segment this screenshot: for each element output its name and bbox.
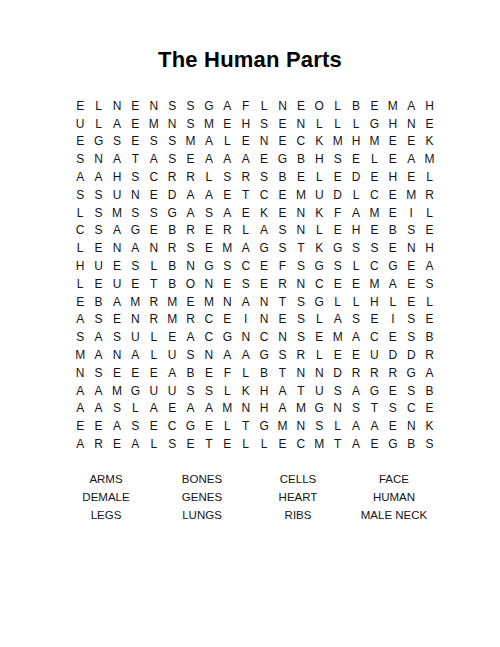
grid-cell[interactable]: A [237, 239, 255, 257]
grid-cell[interactable]: S [273, 222, 291, 240]
grid-cell[interactable]: T [200, 435, 218, 453]
grid-cell[interactable]: H [420, 239, 438, 257]
grid-cell[interactable]: A [108, 417, 126, 435]
grid-cell[interactable]: K [255, 204, 273, 222]
grid-cell[interactable]: D [347, 168, 365, 186]
grid-cell[interactable]: T [126, 150, 144, 168]
grid-cell[interactable]: H [255, 382, 273, 400]
grid-cell[interactable]: S [255, 168, 273, 186]
grid-cell[interactable]: E [71, 97, 89, 115]
grid-cell[interactable]: L [328, 417, 346, 435]
grid-cell[interactable]: M [292, 400, 310, 418]
grid-cell[interactable]: S [89, 311, 107, 329]
grid-cell[interactable]: U [126, 328, 144, 346]
grid-cell[interactable]: E [89, 239, 107, 257]
grid-cell[interactable]: A [237, 293, 255, 311]
grid-cell[interactable]: E [310, 328, 328, 346]
grid-cell[interactable]: H [384, 168, 402, 186]
grid-cell[interactable]: E [255, 150, 273, 168]
grid-cell[interactable]: T [365, 400, 383, 418]
grid-cell[interactable]: M [365, 204, 383, 222]
grid-cell[interactable]: M [181, 133, 199, 151]
grid-cell[interactable]: S [145, 204, 163, 222]
grid-cell[interactable]: B [420, 382, 438, 400]
grid-cell[interactable]: E [273, 311, 291, 329]
grid-cell[interactable]: M [108, 204, 126, 222]
grid-cell[interactable]: E [273, 204, 291, 222]
grid-cell[interactable]: S [292, 311, 310, 329]
grid-cell[interactable]: M [365, 275, 383, 293]
grid-cell[interactable]: O [310, 97, 328, 115]
grid-cell[interactable]: D [384, 346, 402, 364]
grid-cell[interactable]: T [292, 382, 310, 400]
grid-cell[interactable]: H [347, 222, 365, 240]
grid-cell[interactable]: N [108, 239, 126, 257]
grid-cell[interactable]: A [108, 115, 126, 133]
grid-cell[interactable]: E [145, 417, 163, 435]
grid-cell[interactable]: S [328, 257, 346, 275]
grid-cell[interactable]: L [71, 239, 89, 257]
grid-cell[interactable]: A [347, 435, 365, 453]
grid-cell[interactable]: U [89, 257, 107, 275]
grid-cell[interactable]: E [420, 222, 438, 240]
grid-cell[interactable]: N [292, 364, 310, 382]
grid-cell[interactable]: S [181, 115, 199, 133]
grid-cell[interactable]: A [181, 204, 199, 222]
grid-cell[interactable]: C [200, 328, 218, 346]
grid-cell[interactable]: E [420, 311, 438, 329]
grid-cell[interactable]: T [273, 364, 291, 382]
grid-cell[interactable]: A [181, 186, 199, 204]
grid-cell[interactable]: A [255, 222, 273, 240]
grid-cell[interactable]: B [347, 97, 365, 115]
grid-cell[interactable]: K [237, 382, 255, 400]
grid-cell[interactable]: G [402, 364, 420, 382]
grid-cell[interactable]: E [108, 257, 126, 275]
grid-cell[interactable]: E [218, 186, 236, 204]
grid-cell[interactable]: R [89, 435, 107, 453]
grid-cell[interactable]: S [402, 382, 420, 400]
grid-cell[interactable]: S [292, 293, 310, 311]
grid-cell[interactable]: M [402, 186, 420, 204]
grid-cell[interactable]: E [365, 311, 383, 329]
grid-cell[interactable]: F [237, 97, 255, 115]
grid-cell[interactable]: N [108, 97, 126, 115]
grid-cell[interactable]: M [218, 400, 236, 418]
grid-cell[interactable]: A [273, 400, 291, 418]
grid-cell[interactable]: S [420, 275, 438, 293]
grid-cell[interactable]: T [237, 186, 255, 204]
grid-cell[interactable]: E [292, 168, 310, 186]
grid-cell[interactable]: L [420, 204, 438, 222]
grid-cell[interactable]: A [89, 328, 107, 346]
grid-cell[interactable]: E [108, 311, 126, 329]
grid-cell[interactable]: L [328, 293, 346, 311]
grid-cell[interactable]: A [218, 97, 236, 115]
grid-cell[interactable]: G [310, 293, 328, 311]
grid-cell[interactable]: M [292, 186, 310, 204]
grid-cell[interactable]: E [126, 97, 144, 115]
grid-cell[interactable]: E [328, 222, 346, 240]
grid-cell[interactable]: T [273, 293, 291, 311]
grid-cell[interactable]: R [292, 346, 310, 364]
grid-cell[interactable]: S [384, 400, 402, 418]
grid-cell[interactable]: E [200, 417, 218, 435]
grid-cell[interactable]: A [126, 239, 144, 257]
grid-cell[interactable]: L [218, 133, 236, 151]
grid-cell[interactable]: U [71, 115, 89, 133]
grid-cell[interactable]: N [292, 204, 310, 222]
grid-cell[interactable]: L [145, 346, 163, 364]
grid-cell[interactable]: M [310, 435, 328, 453]
grid-cell[interactable]: L [347, 115, 365, 133]
grid-cell[interactable]: G [384, 257, 402, 275]
grid-cell[interactable]: N [402, 115, 420, 133]
grid-cell[interactable]: R [384, 364, 402, 382]
grid-cell[interactable]: T [237, 417, 255, 435]
grid-cell[interactable]: K [420, 417, 438, 435]
grid-cell[interactable]: E [273, 186, 291, 204]
grid-cell[interactable]: U [145, 382, 163, 400]
grid-cell[interactable]: C [255, 186, 273, 204]
grid-cell[interactable]: S [181, 346, 199, 364]
grid-cell[interactable]: E [218, 115, 236, 133]
grid-cell[interactable]: R [181, 168, 199, 186]
grid-cell[interactable]: S [181, 239, 199, 257]
grid-cell[interactable]: A [384, 275, 402, 293]
grid-cell[interactable]: A [89, 168, 107, 186]
grid-cell[interactable]: S [273, 239, 291, 257]
grid-cell[interactable]: A [347, 204, 365, 222]
grid-cell[interactable]: H [255, 400, 273, 418]
grid-cell[interactable]: E [347, 346, 365, 364]
grid-cell[interactable]: K [310, 133, 328, 151]
grid-cell[interactable]: L [89, 97, 107, 115]
grid-cell[interactable]: E [145, 222, 163, 240]
grid-cell[interactable]: N [292, 222, 310, 240]
grid-cell[interactable]: L [328, 97, 346, 115]
grid-cell[interactable]: C [145, 168, 163, 186]
grid-cell[interactable]: H [71, 257, 89, 275]
grid-cell[interactable]: G [273, 150, 291, 168]
grid-cell[interactable]: R [420, 346, 438, 364]
grid-cell[interactable]: A [71, 400, 89, 418]
grid-cell[interactable]: N [237, 400, 255, 418]
grid-cell[interactable]: D [402, 346, 420, 364]
grid-cell[interactable]: E [347, 275, 365, 293]
grid-cell[interactable]: G [328, 239, 346, 257]
grid-cell[interactable]: L [347, 293, 365, 311]
grid-cell[interactable]: G [310, 257, 328, 275]
grid-cell[interactable]: E [218, 275, 236, 293]
grid-cell[interactable]: U [108, 275, 126, 293]
grid-cell[interactable]: L [347, 257, 365, 275]
grid-cell[interactable]: S [365, 239, 383, 257]
grid-cell[interactable]: S [108, 328, 126, 346]
grid-cell[interactable]: M [273, 417, 291, 435]
grid-cell[interactable]: A [365, 417, 383, 435]
grid-cell[interactable]: S [310, 417, 328, 435]
grid-cell[interactable]: R [145, 311, 163, 329]
grid-cell[interactable]: N [181, 257, 199, 275]
grid-cell[interactable]: A [347, 417, 365, 435]
grid-cell[interactable]: A [347, 328, 365, 346]
grid-cell[interactable]: D [328, 186, 346, 204]
grid-cell[interactable]: G [384, 435, 402, 453]
grid-cell[interactable]: E [71, 417, 89, 435]
grid-cell[interactable]: B [255, 364, 273, 382]
grid-cell[interactable]: R [365, 364, 383, 382]
grid-cell[interactable]: S [328, 382, 346, 400]
grid-cell[interactable]: L [237, 364, 255, 382]
grid-cell[interactable]: E [255, 275, 273, 293]
grid-cell[interactable]: G [310, 400, 328, 418]
grid-cell[interactable]: A [218, 204, 236, 222]
grid-cell[interactable]: E [328, 168, 346, 186]
grid-cell[interactable]: C [237, 257, 255, 275]
grid-cell[interactable]: S [163, 150, 181, 168]
grid-cell[interactable]: L [255, 435, 273, 453]
grid-cell[interactable]: A [126, 346, 144, 364]
grid-cell[interactable]: N [255, 293, 273, 311]
grid-cell[interactable]: B [163, 257, 181, 275]
grid-cell[interactable]: A [273, 382, 291, 400]
grid-cell[interactable]: I [384, 311, 402, 329]
grid-cell[interactable]: N [108, 346, 126, 364]
grid-cell[interactable]: E [384, 204, 402, 222]
grid-cell[interactable]: B [292, 150, 310, 168]
grid-cell[interactable]: F [218, 364, 236, 382]
grid-cell[interactable]: S [126, 168, 144, 186]
grid-cell[interactable]: E [181, 293, 199, 311]
grid-cell[interactable]: M [200, 293, 218, 311]
grid-cell[interactable]: E [255, 257, 273, 275]
grid-cell[interactable]: E [347, 150, 365, 168]
grid-cell[interactable]: S [126, 204, 144, 222]
grid-cell[interactable]: N [310, 364, 328, 382]
grid-cell[interactable]: L [420, 293, 438, 311]
grid-cell[interactable]: E [126, 115, 144, 133]
grid-cell[interactable]: U [163, 382, 181, 400]
grid-cell[interactable]: C [365, 328, 383, 346]
grid-cell[interactable]: G [126, 382, 144, 400]
grid-cell[interactable]: E [402, 133, 420, 151]
grid-cell[interactable]: N [218, 293, 236, 311]
grid-cell[interactable]: R [163, 168, 181, 186]
grid-cell[interactable]: E [402, 257, 420, 275]
grid-cell[interactable]: E [273, 133, 291, 151]
grid-cell[interactable]: S [402, 328, 420, 346]
grid-cell[interactable]: S [273, 346, 291, 364]
grid-cell[interactable]: T [328, 435, 346, 453]
grid-cell[interactable]: R [420, 186, 438, 204]
grid-cell[interactable]: L [310, 115, 328, 133]
grid-cell[interactable]: L [420, 168, 438, 186]
grid-cell[interactable]: D [328, 364, 346, 382]
grid-cell[interactable]: E [273, 115, 291, 133]
grid-cell[interactable]: U [310, 186, 328, 204]
grid-cell[interactable]: B [181, 364, 199, 382]
grid-cell[interactable]: B [402, 435, 420, 453]
grid-cell[interactable]: R [145, 293, 163, 311]
grid-cell[interactable]: N [292, 275, 310, 293]
grid-cell[interactable]: S [347, 400, 365, 418]
grid-cell[interactable]: E [126, 364, 144, 382]
grid-cell[interactable]: G [200, 97, 218, 115]
grid-cell[interactable]: T [292, 239, 310, 257]
grid-cell[interactable]: L [237, 222, 255, 240]
grid-cell[interactable]: S [126, 257, 144, 275]
grid-cell[interactable]: L [328, 115, 346, 133]
grid-cell[interactable]: G [365, 115, 383, 133]
grid-cell[interactable]: A [126, 435, 144, 453]
grid-cell[interactable]: N [71, 364, 89, 382]
grid-cell[interactable]: G [255, 417, 273, 435]
grid-cell[interactable]: L [145, 257, 163, 275]
grid-cell[interactable]: A [200, 400, 218, 418]
grid-cell[interactable]: S [292, 328, 310, 346]
grid-cell[interactable]: E [71, 293, 89, 311]
grid-cell[interactable]: S [402, 222, 420, 240]
grid-cell[interactable]: R [273, 275, 291, 293]
grid-cell[interactable]: E [273, 435, 291, 453]
grid-cell[interactable]: K [310, 239, 328, 257]
grid-cell[interactable]: S [347, 239, 365, 257]
grid-cell[interactable]: E [237, 133, 255, 151]
grid-cell[interactable]: S [145, 133, 163, 151]
grid-cell[interactable]: A [181, 328, 199, 346]
grid-cell[interactable]: S [181, 382, 199, 400]
grid-cell[interactable]: A [145, 150, 163, 168]
grid-cell[interactable]: L [365, 150, 383, 168]
grid-cell[interactable]: A [200, 133, 218, 151]
grid-cell[interactable]: S [255, 115, 273, 133]
grid-cell[interactable]: L [310, 346, 328, 364]
grid-cell[interactable]: N [273, 328, 291, 346]
grid-cell[interactable]: D [163, 186, 181, 204]
grid-cell[interactable]: L [71, 275, 89, 293]
grid-cell[interactable]: M [126, 293, 144, 311]
grid-cell[interactable]: L [310, 222, 328, 240]
grid-cell[interactable]: N [200, 346, 218, 364]
grid-cell[interactable]: N [145, 239, 163, 257]
grid-cell[interactable]: B [384, 222, 402, 240]
grid-cell[interactable]: E [108, 364, 126, 382]
grid-cell[interactable]: F [328, 204, 346, 222]
grid-cell[interactable]: L [126, 400, 144, 418]
grid-cell[interactable]: E [71, 133, 89, 151]
grid-cell[interactable]: N [255, 311, 273, 329]
grid-cell[interactable]: E [89, 417, 107, 435]
grid-cell[interactable]: A [402, 150, 420, 168]
grid-cell[interactable]: S [71, 186, 89, 204]
grid-cell[interactable]: G [255, 239, 273, 257]
grid-cell[interactable]: S [163, 435, 181, 453]
grid-cell[interactable]: A [200, 186, 218, 204]
grid-cell[interactable]: C [292, 435, 310, 453]
grid-cell[interactable]: E [181, 150, 199, 168]
grid-cell[interactable]: L [310, 168, 328, 186]
grid-cell[interactable]: E [365, 435, 383, 453]
grid-cell[interactable]: G [255, 346, 273, 364]
grid-cell[interactable]: R [218, 222, 236, 240]
grid-cell[interactable]: M [71, 346, 89, 364]
grid-cell[interactable]: H [310, 150, 328, 168]
grid-cell[interactable]: L [218, 382, 236, 400]
grid-cell[interactable]: E [200, 239, 218, 257]
grid-cell[interactable]: H [347, 133, 365, 151]
grid-cell[interactable]: N [89, 150, 107, 168]
grid-cell[interactable]: S [292, 257, 310, 275]
grid-cell[interactable]: E [402, 293, 420, 311]
grid-cell[interactable]: E [420, 115, 438, 133]
grid-cell[interactable]: C [365, 257, 383, 275]
grid-cell[interactable]: B [273, 168, 291, 186]
grid-cell[interactable]: M [420, 150, 438, 168]
grid-cell[interactable]: A [108, 293, 126, 311]
grid-cell[interactable]: I [402, 204, 420, 222]
grid-cell[interactable]: L [145, 435, 163, 453]
grid-cell[interactable]: S [71, 328, 89, 346]
grid-cell[interactable]: L [310, 311, 328, 329]
grid-cell[interactable]: C [200, 311, 218, 329]
grid-cell[interactable]: I [237, 311, 255, 329]
grid-cell[interactable]: M [200, 115, 218, 133]
grid-cell[interactable]: K [420, 133, 438, 151]
grid-cell[interactable]: S [218, 257, 236, 275]
grid-cell[interactable]: H [420, 97, 438, 115]
grid-cell[interactable]: L [218, 417, 236, 435]
grid-cell[interactable]: A [218, 150, 236, 168]
grid-cell[interactable]: A [420, 257, 438, 275]
grid-cell[interactable]: S [163, 133, 181, 151]
grid-cell[interactable]: S [89, 186, 107, 204]
grid-cell[interactable]: S [420, 435, 438, 453]
grid-cell[interactable]: S [71, 150, 89, 168]
grid-cell[interactable]: S [347, 311, 365, 329]
grid-cell[interactable]: H [365, 293, 383, 311]
grid-cell[interactable]: L [347, 186, 365, 204]
grid-cell[interactable]: U [310, 382, 328, 400]
grid-cell[interactable]: M [218, 239, 236, 257]
grid-cell[interactable]: S [402, 311, 420, 329]
grid-cell[interactable]: E [292, 97, 310, 115]
grid-cell[interactable]: E [365, 168, 383, 186]
grid-cell[interactable]: B [163, 222, 181, 240]
grid-cell[interactable]: N [292, 115, 310, 133]
grid-cell[interactable]: C [402, 400, 420, 418]
grid-cell[interactable]: R [181, 311, 199, 329]
grid-cell[interactable]: N [237, 328, 255, 346]
grid-cell[interactable]: E [218, 435, 236, 453]
grid-cell[interactable]: E [384, 417, 402, 435]
grid-cell[interactable]: A [163, 364, 181, 382]
grid-cell[interactable]: A [89, 400, 107, 418]
grid-cell[interactable]: E [163, 400, 181, 418]
grid-cell[interactable]: L [89, 115, 107, 133]
grid-cell[interactable]: C [163, 417, 181, 435]
grid-cell[interactable]: G [126, 222, 144, 240]
grid-cell[interactable]: N [255, 133, 273, 151]
grid-cell[interactable]: E [402, 168, 420, 186]
grid-cell[interactable]: A [347, 382, 365, 400]
grid-cell[interactable]: C [310, 275, 328, 293]
grid-cell[interactable]: S [89, 364, 107, 382]
grid-cell[interactable]: N [292, 417, 310, 435]
grid-cell[interactable]: R [181, 222, 199, 240]
grid-cell[interactable]: S [108, 400, 126, 418]
grid-cell[interactable]: A [89, 382, 107, 400]
